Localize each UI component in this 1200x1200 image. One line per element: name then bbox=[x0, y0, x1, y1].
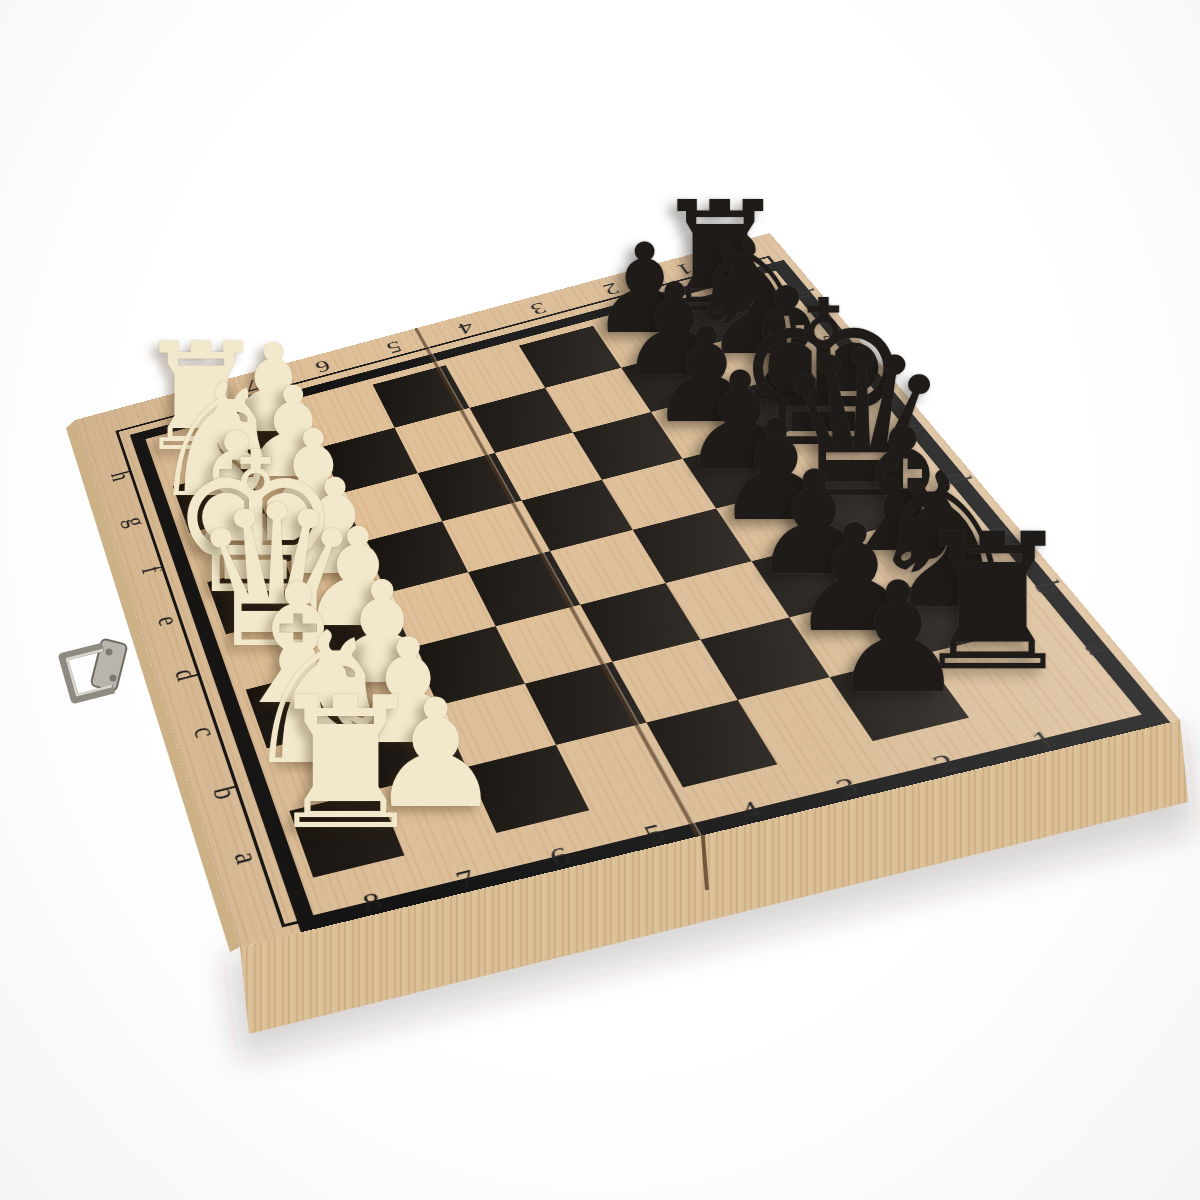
piece-black-pawn-a2[interactable]: ♟ bbox=[829, 562, 966, 715]
file-label-left-h: h bbox=[106, 468, 135, 483]
file-label-left-b: b bbox=[208, 783, 243, 802]
metal-clasp bbox=[63, 639, 127, 699]
file-label-left-a: a bbox=[229, 848, 265, 867]
file-label-left-f: f bbox=[137, 563, 167, 576]
product-photo-scene: { "game": "chess", "scene_caption": "Fol… bbox=[0, 0, 1200, 1200]
rank-label-top-4: 4 bbox=[455, 319, 477, 337]
piece-white-rook-a8[interactable]: ♜ bbox=[264, 673, 427, 855]
file-label-left-c: c bbox=[189, 723, 223, 740]
rank-label-top-3: 3 bbox=[527, 300, 549, 318]
rank-label-top-5: 5 bbox=[384, 338, 405, 356]
file-label-left-g: g bbox=[121, 513, 151, 529]
